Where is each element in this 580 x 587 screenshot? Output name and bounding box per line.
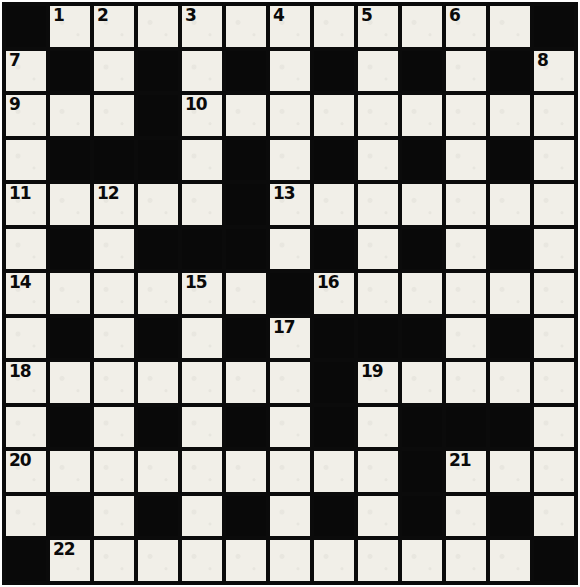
white-cell-r11c7[interactable]: [270, 451, 310, 492]
clue-number-2: 2: [97, 7, 108, 24]
black-cell-r6c5: [182, 229, 222, 270]
clue-number-3: 3: [185, 7, 196, 24]
white-cell-r8c5[interactable]: [182, 318, 222, 359]
white-cell-r5c3[interactable]: 12: [94, 184, 134, 225]
black-cell-r12c12: [490, 496, 530, 537]
white-cell-r3c6[interactable]: [226, 95, 266, 136]
black-cell-r12c4: [138, 496, 178, 537]
white-cell-r11c2[interactable]: [50, 451, 90, 492]
black-cell-r12c2: [50, 496, 90, 537]
white-cell-r9c7[interactable]: [270, 362, 310, 403]
black-cell-r6c10: [402, 229, 442, 270]
white-cell-r3c7[interactable]: [270, 95, 310, 136]
black-cell-r8c2: [50, 318, 90, 359]
black-cell-r10c2: [50, 407, 90, 448]
white-cell-r5c4[interactable]: [138, 184, 178, 225]
black-cell-r4c8: [314, 140, 354, 181]
white-cell-r12c5[interactable]: [182, 496, 222, 537]
black-cell-r11c10: [402, 451, 442, 492]
white-cell-r2c7[interactable]: [270, 51, 310, 92]
white-cell-r3c9[interactable]: [358, 95, 398, 136]
white-cell-r5c8[interactable]: [314, 184, 354, 225]
black-cell-r4c12: [490, 140, 530, 181]
black-cell-r4c3: [94, 140, 134, 181]
black-cell-r8c10: [402, 318, 442, 359]
clue-number-5: 5: [361, 7, 372, 24]
white-cell-r6c13[interactable]: [534, 229, 574, 270]
black-cell-r8c6: [226, 318, 266, 359]
white-cell-r9c6[interactable]: [226, 362, 266, 403]
white-cell-r1c3[interactable]: 2: [94, 6, 134, 47]
white-cell-r13c4[interactable]: [138, 540, 178, 581]
black-cell-r4c4: [138, 140, 178, 181]
white-cell-r9c11[interactable]: [446, 362, 486, 403]
white-cell-r11c4[interactable]: [138, 451, 178, 492]
white-cell-r9c4[interactable]: [138, 362, 178, 403]
white-cell-r1c10[interactable]: [402, 6, 442, 47]
black-cell-r4c2: [50, 140, 90, 181]
white-cell-r5c12[interactable]: [490, 184, 530, 225]
clue-number-11: 11: [9, 185, 31, 202]
black-cell-r8c12: [490, 318, 530, 359]
white-cell-r1c6[interactable]: [226, 6, 266, 47]
white-cell-r9c13[interactable]: [534, 362, 574, 403]
white-cell-r7c12[interactable]: [490, 273, 530, 314]
black-cell-r6c2: [50, 229, 90, 270]
white-cell-r5c9[interactable]: [358, 184, 398, 225]
white-cell-r7c2[interactable]: [50, 273, 90, 314]
white-cell-r11c13[interactable]: [534, 451, 574, 492]
white-cell-r6c1[interactable]: [6, 229, 46, 270]
white-cell-r1c2[interactable]: 1: [50, 6, 90, 47]
white-cell-r13c12[interactable]: [490, 540, 530, 581]
white-cell-r9c2[interactable]: [50, 362, 90, 403]
white-cell-r3c2[interactable]: [50, 95, 90, 136]
white-cell-r9c10[interactable]: [402, 362, 442, 403]
white-cell-r4c1[interactable]: [6, 140, 46, 181]
white-cell-r1c8[interactable]: [314, 6, 354, 47]
white-cell-r8c11[interactable]: [446, 318, 486, 359]
white-cell-r1c5[interactable]: 3: [182, 6, 222, 47]
clue-number-19: 19: [361, 363, 383, 380]
white-cell-r5c2[interactable]: [50, 184, 90, 225]
black-cell-r2c2: [50, 51, 90, 92]
white-cell-r13c8[interactable]: [314, 540, 354, 581]
black-cell-r12c10: [402, 496, 442, 537]
white-cell-r2c5[interactable]: [182, 51, 222, 92]
white-cell-r4c13[interactable]: [534, 140, 574, 181]
white-cell-r7c6[interactable]: [226, 273, 266, 314]
white-cell-r3c10[interactable]: [402, 95, 442, 136]
white-cell-r6c11[interactable]: [446, 229, 486, 270]
white-cell-r8c3[interactable]: [94, 318, 134, 359]
white-cell-r9c5[interactable]: [182, 362, 222, 403]
black-cell-r10c6: [226, 407, 266, 448]
black-cell-r9c8: [314, 362, 354, 403]
white-cell-r13c3[interactable]: [94, 540, 134, 581]
black-cell-r2c12: [490, 51, 530, 92]
black-cell-r10c11: [446, 407, 486, 448]
black-cell-r13c1: [6, 540, 46, 581]
black-cell-r1c1: [6, 6, 46, 47]
white-cell-r2c3[interactable]: [94, 51, 134, 92]
white-cell-r9c12[interactable]: [490, 362, 530, 403]
clue-number-14: 14: [9, 274, 31, 291]
white-cell-r2c9[interactable]: [358, 51, 398, 92]
white-cell-r7c1[interactable]: 14: [6, 273, 46, 314]
crossword-board: 12345678910111213141516171819202122: [2, 2, 578, 585]
white-cell-r3c3[interactable]: [94, 95, 134, 136]
white-cell-r7c10[interactable]: [402, 273, 442, 314]
white-cell-r10c7[interactable]: [270, 407, 310, 448]
white-cell-r1c7[interactable]: 4: [270, 6, 310, 47]
white-cell-r12c3[interactable]: [94, 496, 134, 537]
white-cell-r13c2[interactable]: 22: [50, 540, 90, 581]
white-cell-r5c11[interactable]: [446, 184, 486, 225]
black-cell-r8c9: [358, 318, 398, 359]
white-cell-r11c5[interactable]: [182, 451, 222, 492]
white-cell-r10c5[interactable]: [182, 407, 222, 448]
white-cell-r9c9[interactable]: 19: [358, 362, 398, 403]
white-cell-r13c5[interactable]: [182, 540, 222, 581]
clue-number-6: 6: [449, 7, 460, 24]
black-cell-r2c10: [402, 51, 442, 92]
black-cell-r8c4: [138, 318, 178, 359]
white-cell-r11c8[interactable]: [314, 451, 354, 492]
white-cell-r6c7[interactable]: [270, 229, 310, 270]
white-cell-r9c3[interactable]: [94, 362, 134, 403]
black-cell-r6c6: [226, 229, 266, 270]
white-cell-r5c5[interactable]: [182, 184, 222, 225]
white-cell-r7c13[interactable]: [534, 273, 574, 314]
white-cell-r5c7[interactable]: 13: [270, 184, 310, 225]
black-cell-r8c8: [314, 318, 354, 359]
white-cell-r7c11[interactable]: [446, 273, 486, 314]
scanned-crossword-page: 12345678910111213141516171819202122: [0, 0, 580, 587]
white-cell-r2c11[interactable]: [446, 51, 486, 92]
white-cell-r11c6[interactable]: [226, 451, 266, 492]
black-cell-r10c8: [314, 407, 354, 448]
white-cell-r12c9[interactable]: [358, 496, 398, 537]
clue-number-10: 10: [185, 96, 207, 113]
white-cell-r2c1[interactable]: 7: [6, 51, 46, 92]
white-cell-r1c9[interactable]: 5: [358, 6, 398, 47]
black-cell-r4c10: [402, 140, 442, 181]
white-cell-r10c3[interactable]: [94, 407, 134, 448]
clue-number-12: 12: [97, 185, 119, 202]
white-cell-r13c10[interactable]: [402, 540, 442, 581]
clue-number-17: 17: [273, 319, 295, 336]
white-cell-r8c1[interactable]: [6, 318, 46, 359]
black-cell-r1c13: [534, 6, 574, 47]
white-cell-r4c5[interactable]: [182, 140, 222, 181]
black-cell-r5c6: [226, 184, 266, 225]
black-cell-r4c6: [226, 140, 266, 181]
black-cell-r6c12: [490, 229, 530, 270]
white-cell-r5c1[interactable]: 11: [6, 184, 46, 225]
white-cell-r4c11[interactable]: [446, 140, 486, 181]
white-cell-r13c6[interactable]: [226, 540, 266, 581]
white-cell-r1c11[interactable]: 6: [446, 6, 486, 47]
white-cell-r13c9[interactable]: [358, 540, 398, 581]
black-cell-r10c12: [490, 407, 530, 448]
white-cell-r11c12[interactable]: [490, 451, 530, 492]
clue-number-18: 18: [9, 363, 31, 380]
clue-number-4: 4: [273, 7, 284, 24]
black-cell-r12c8: [314, 496, 354, 537]
clue-number-7: 7: [9, 52, 20, 69]
white-cell-r3c11[interactable]: [446, 95, 486, 136]
white-cell-r12c1[interactable]: [6, 496, 46, 537]
white-cell-r11c9[interactable]: [358, 451, 398, 492]
black-cell-r12c6: [226, 496, 266, 537]
white-cell-r11c3[interactable]: [94, 451, 134, 492]
white-cell-r9c1[interactable]: 18: [6, 362, 46, 403]
white-cell-r4c9[interactable]: [358, 140, 398, 181]
black-cell-r6c4: [138, 229, 178, 270]
clue-number-9: 9: [9, 96, 20, 113]
black-cell-r7c7: [270, 273, 310, 314]
white-cell-r12c11[interactable]: [446, 496, 486, 537]
white-cell-r13c7[interactable]: [270, 540, 310, 581]
white-cell-r3c5[interactable]: 10: [182, 95, 222, 136]
white-cell-r6c3[interactable]: [94, 229, 134, 270]
clue-number-20: 20: [9, 452, 31, 469]
white-cell-r2c13[interactable]: 8: [534, 51, 574, 92]
white-cell-r6c9[interactable]: [358, 229, 398, 270]
white-cell-r7c4[interactable]: [138, 273, 178, 314]
white-cell-r12c7[interactable]: [270, 496, 310, 537]
white-cell-r13c11[interactable]: [446, 540, 486, 581]
white-cell-r4c7[interactable]: [270, 140, 310, 181]
black-cell-r2c4: [138, 51, 178, 92]
white-cell-r7c8[interactable]: 16: [314, 273, 354, 314]
clue-number-15: 15: [185, 274, 207, 291]
clue-number-8: 8: [537, 52, 548, 69]
white-cell-r3c13[interactable]: [534, 95, 574, 136]
black-cell-r3c4: [138, 95, 178, 136]
white-cell-r12c13[interactable]: [534, 496, 574, 537]
white-cell-r1c12[interactable]: [490, 6, 530, 47]
white-cell-r3c8[interactable]: [314, 95, 354, 136]
clue-number-22: 22: [53, 541, 75, 558]
white-cell-r7c3[interactable]: [94, 273, 134, 314]
white-cell-r3c12[interactable]: [490, 95, 530, 136]
white-cell-r3c1[interactable]: 9: [6, 95, 46, 136]
clue-number-13: 13: [273, 185, 295, 202]
white-cell-r10c13[interactable]: [534, 407, 574, 448]
white-cell-r10c9[interactable]: [358, 407, 398, 448]
white-cell-r5c10[interactable]: [402, 184, 442, 225]
black-cell-r6c8: [314, 229, 354, 270]
white-cell-r7c5[interactable]: 15: [182, 273, 222, 314]
black-cell-r13c13: [534, 540, 574, 581]
white-cell-r8c13[interactable]: [534, 318, 574, 359]
white-cell-r11c1[interactable]: 20: [6, 451, 46, 492]
clue-number-1: 1: [53, 7, 64, 24]
white-cell-r11c11[interactable]: 21: [446, 451, 486, 492]
white-cell-r1c4[interactable]: [138, 6, 178, 47]
white-cell-r7c9[interactable]: [358, 273, 398, 314]
clue-number-21: 21: [449, 452, 471, 469]
black-cell-r10c4: [138, 407, 178, 448]
white-cell-r10c1[interactable]: [6, 407, 46, 448]
clue-number-16: 16: [317, 274, 339, 291]
black-cell-r2c6: [226, 51, 266, 92]
black-cell-r2c8: [314, 51, 354, 92]
white-cell-r8c7[interactable]: 17: [270, 318, 310, 359]
white-cell-r5c13[interactable]: [534, 184, 574, 225]
black-cell-r10c10: [402, 407, 442, 448]
